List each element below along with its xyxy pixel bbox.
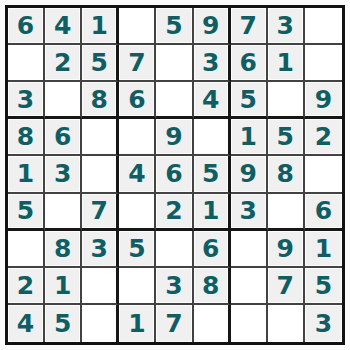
cell-r7c5[interactable] — [156, 231, 193, 268]
cell-r3c5[interactable] — [156, 82, 193, 119]
given-digit: 7 — [277, 273, 294, 298]
given-digit: 3 — [315, 311, 332, 336]
cell-r6c1[interactable]: 5 — [8, 194, 45, 231]
page: 6415973257361386459869152134659857213683… — [0, 0, 350, 350]
given-digit: 6 — [202, 236, 219, 261]
given-digit: 8 — [202, 273, 219, 298]
given-digit: 7 — [91, 198, 108, 223]
cell-r1c8[interactable]: 3 — [268, 8, 305, 45]
given-digit: 4 — [202, 87, 219, 112]
cell-r6c2[interactable] — [45, 194, 82, 231]
cell-r7c2[interactable]: 8 — [45, 231, 82, 268]
cell-r2c3[interactable]: 5 — [82, 45, 119, 82]
cell-r9c9[interactable]: 3 — [305, 305, 342, 342]
cell-r4c6[interactable] — [194, 119, 231, 156]
cell-r4c5[interactable]: 9 — [156, 119, 193, 156]
cell-r9c3[interactable] — [82, 305, 119, 342]
cell-r7c6[interactable]: 6 — [194, 231, 231, 268]
given-digit: 5 — [315, 273, 332, 298]
given-digit: 5 — [165, 13, 182, 38]
cell-r1c4[interactable] — [119, 8, 156, 45]
cell-r8c2[interactable]: 1 — [45, 268, 82, 305]
cell-r8c5[interactable]: 3 — [156, 268, 193, 305]
cell-r7c7[interactable] — [231, 231, 268, 268]
given-digit: 8 — [277, 161, 294, 186]
given-digit: 5 — [128, 236, 145, 261]
cell-r5c6[interactable]: 5 — [194, 156, 231, 193]
cell-r5c4[interactable]: 4 — [119, 156, 156, 193]
cell-r4c8[interactable]: 5 — [268, 119, 305, 156]
given-digit: 5 — [17, 198, 34, 223]
cell-r3c2[interactable] — [45, 82, 82, 119]
cell-r3c9[interactable]: 9 — [305, 82, 342, 119]
given-digit: 3 — [277, 13, 294, 38]
given-digit: 4 — [54, 13, 71, 38]
cell-r4c2[interactable]: 6 — [45, 119, 82, 156]
cell-r1c5[interactable]: 5 — [156, 8, 193, 45]
cell-r9c1[interactable]: 4 — [8, 305, 45, 342]
given-digit: 6 — [315, 198, 332, 223]
cell-r6c5[interactable]: 2 — [156, 194, 193, 231]
given-digit: 4 — [17, 311, 34, 336]
cell-r9c2[interactable]: 5 — [45, 305, 82, 342]
given-digit: 4 — [128, 161, 145, 186]
cell-r7c8[interactable]: 9 — [268, 231, 305, 268]
given-digit: 8 — [54, 236, 71, 261]
cell-r1c3[interactable]: 1 — [82, 8, 119, 45]
cell-r3c6[interactable]: 4 — [194, 82, 231, 119]
cell-r5c7[interactable]: 9 — [231, 156, 268, 193]
cell-r5c1[interactable]: 1 — [8, 156, 45, 193]
given-digit: 5 — [240, 87, 257, 112]
cell-r5c8[interactable]: 8 — [268, 156, 305, 193]
given-digit: 9 — [202, 13, 219, 38]
given-digit: 2 — [54, 50, 71, 75]
cell-r5c9[interactable] — [305, 156, 342, 193]
given-digit: 1 — [277, 50, 294, 75]
cell-r6c9[interactable]: 6 — [305, 194, 342, 231]
given-digit: 3 — [202, 50, 219, 75]
cell-r1c1[interactable]: 6 — [8, 8, 45, 45]
cell-r5c2[interactable]: 3 — [45, 156, 82, 193]
cell-r8c8[interactable]: 7 — [268, 268, 305, 305]
cell-r4c7[interactable]: 1 — [231, 119, 268, 156]
cell-r8c7[interactable] — [231, 268, 268, 305]
given-digit: 3 — [54, 161, 71, 186]
given-digit: 5 — [54, 311, 71, 336]
sudoku-board: 6415973257361386459869152134659857213683… — [5, 5, 345, 345]
cell-r7c3[interactable]: 3 — [82, 231, 119, 268]
cell-r9c6[interactable] — [194, 305, 231, 342]
cell-r2c6[interactable]: 3 — [194, 45, 231, 82]
given-digit: 6 — [17, 13, 34, 38]
cell-r4c1[interactable]: 8 — [8, 119, 45, 156]
given-digit: 1 — [202, 198, 219, 223]
given-digit: 1 — [315, 236, 332, 261]
given-digit: 9 — [277, 236, 294, 261]
given-digit: 9 — [240, 161, 257, 186]
cell-r7c4[interactable]: 5 — [119, 231, 156, 268]
cell-r3c4[interactable]: 6 — [119, 82, 156, 119]
cell-r8c6[interactable]: 8 — [194, 268, 231, 305]
cell-r6c7[interactable]: 3 — [231, 194, 268, 231]
cell-r6c8[interactable] — [268, 194, 305, 231]
cell-r6c3[interactable]: 7 — [82, 194, 119, 231]
given-digit: 6 — [54, 124, 71, 149]
cell-r2c7[interactable]: 6 — [231, 45, 268, 82]
cell-r3c1[interactable]: 3 — [8, 82, 45, 119]
given-digit: 3 — [165, 273, 182, 298]
given-digit: 1 — [128, 311, 145, 336]
cell-r9c5[interactable]: 7 — [156, 305, 193, 342]
cell-r3c7[interactable]: 5 — [231, 82, 268, 119]
given-digit: 9 — [165, 124, 182, 149]
given-digit: 2 — [17, 273, 34, 298]
given-digit: 6 — [240, 50, 257, 75]
cell-r8c3[interactable] — [82, 268, 119, 305]
cell-r3c8[interactable] — [268, 82, 305, 119]
cell-r3c3[interactable]: 8 — [82, 82, 119, 119]
given-digit: 7 — [165, 311, 182, 336]
cell-r1c6[interactable]: 9 — [194, 8, 231, 45]
given-digit: 3 — [17, 87, 34, 112]
cell-r2c8[interactable]: 1 — [268, 45, 305, 82]
given-digit: 2 — [315, 124, 332, 149]
cell-r2c2[interactable]: 2 — [45, 45, 82, 82]
given-digit: 5 — [91, 50, 108, 75]
cell-r7c1[interactable] — [8, 231, 45, 268]
cell-r4c3[interactable] — [82, 119, 119, 156]
given-digit: 6 — [165, 161, 182, 186]
given-digit: 3 — [240, 198, 257, 223]
cell-r9c8[interactable] — [268, 305, 305, 342]
given-digit: 8 — [17, 124, 34, 149]
cell-r5c5[interactable]: 6 — [156, 156, 193, 193]
cell-r2c1[interactable] — [8, 45, 45, 82]
given-digit: 2 — [165, 198, 182, 223]
given-digit: 1 — [54, 273, 71, 298]
cell-r8c9[interactable]: 5 — [305, 268, 342, 305]
cell-r8c4[interactable] — [119, 268, 156, 305]
cell-r8c1[interactable]: 2 — [8, 268, 45, 305]
given-digit: 5 — [202, 161, 219, 186]
given-digit: 3 — [91, 236, 108, 261]
cell-r6c4[interactable] — [119, 194, 156, 231]
given-digit: 6 — [128, 87, 145, 112]
given-digit: 8 — [91, 87, 108, 112]
given-digit: 9 — [315, 87, 332, 112]
cell-r1c2[interactable]: 4 — [45, 8, 82, 45]
given-digit: 5 — [277, 124, 294, 149]
cell-r7c9[interactable]: 1 — [305, 231, 342, 268]
cell-r1c9[interactable] — [305, 8, 342, 45]
cell-r9c4[interactable]: 1 — [119, 305, 156, 342]
cell-r2c9[interactable] — [305, 45, 342, 82]
given-digit: 1 — [240, 124, 257, 149]
cell-r6c6[interactable]: 1 — [194, 194, 231, 231]
cell-r9c7[interactable] — [231, 305, 268, 342]
cell-r5c3[interactable] — [82, 156, 119, 193]
cell-r2c4[interactable]: 7 — [119, 45, 156, 82]
given-digit: 1 — [17, 161, 34, 186]
cell-r4c4[interactable] — [119, 119, 156, 156]
given-digit: 7 — [240, 13, 257, 38]
cell-r1c7[interactable]: 7 — [231, 8, 268, 45]
cell-r2c5[interactable] — [156, 45, 193, 82]
given-digit: 7 — [128, 50, 145, 75]
cell-r4c9[interactable]: 2 — [305, 119, 342, 156]
given-digit: 1 — [91, 13, 108, 38]
